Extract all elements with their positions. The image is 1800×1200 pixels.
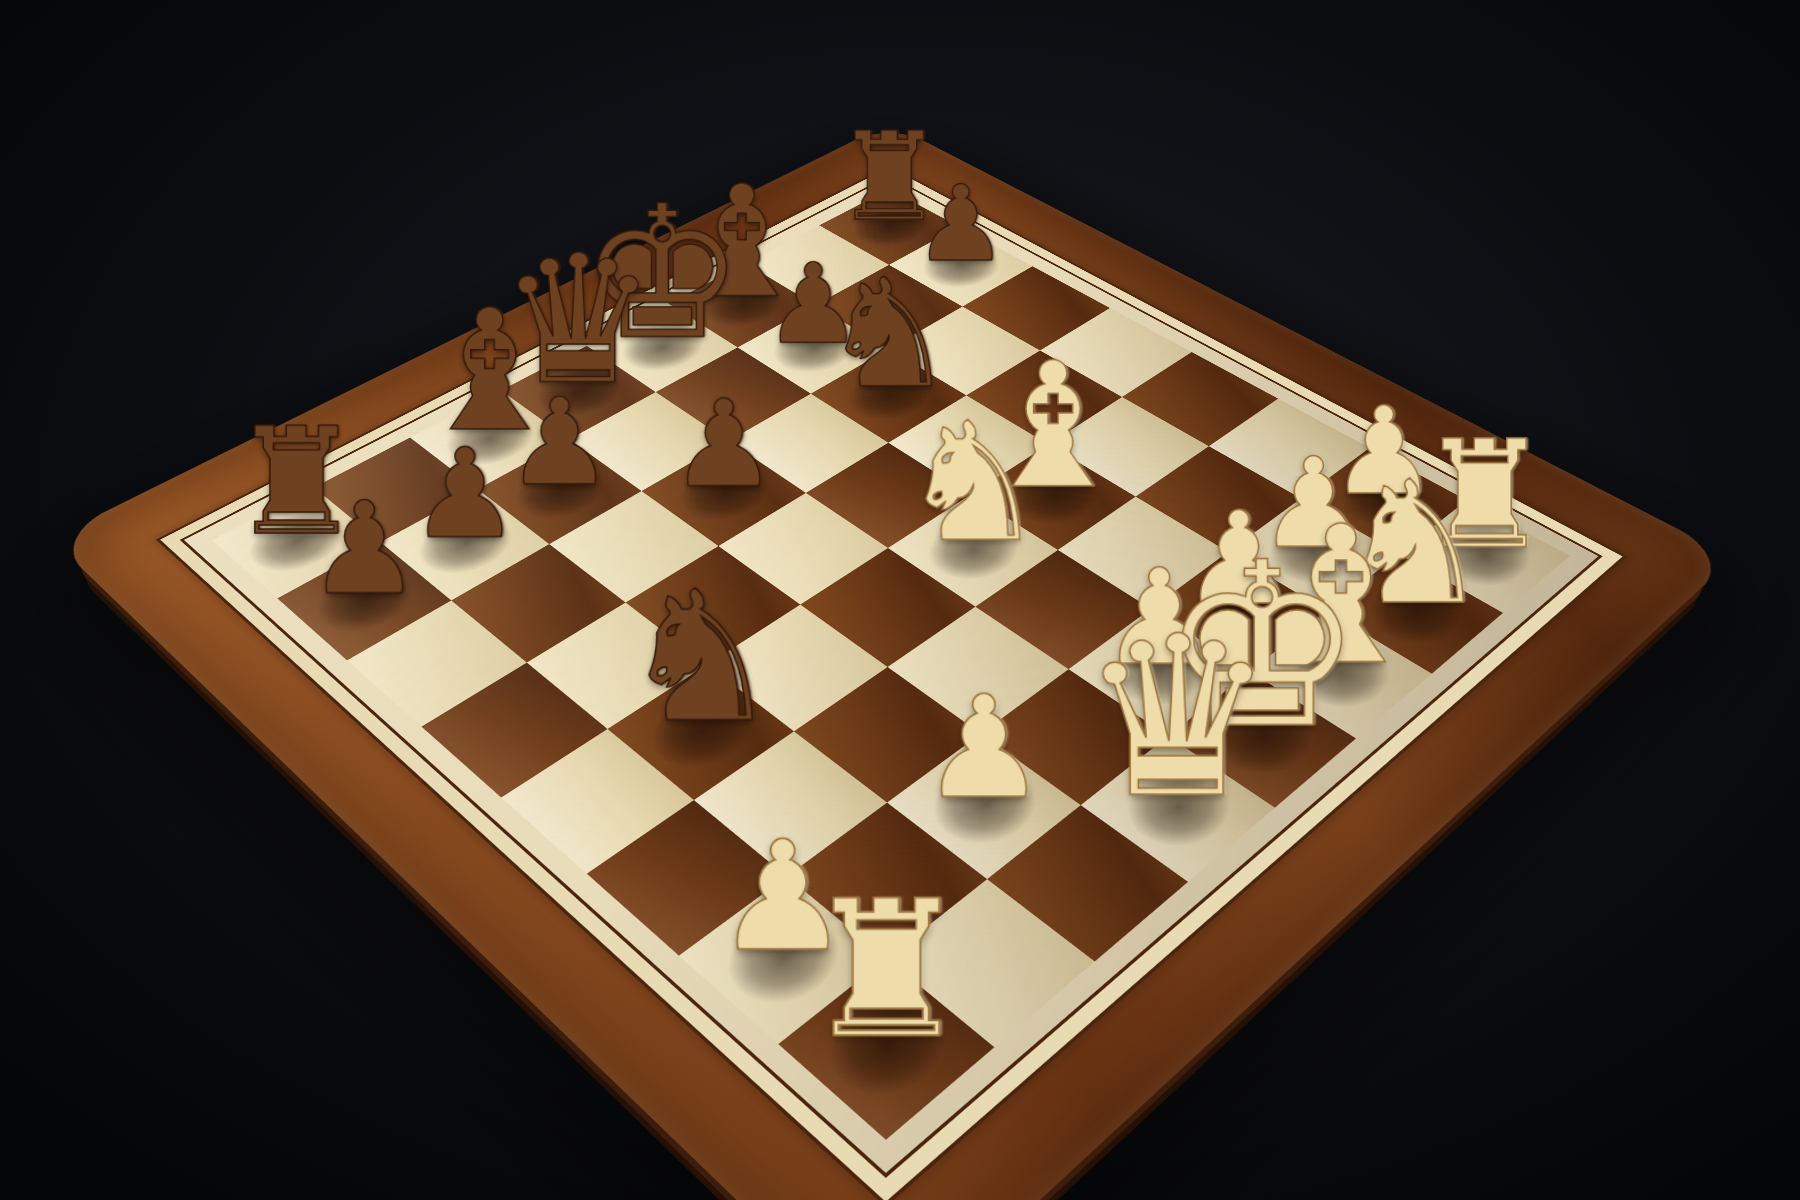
chess-board: ♜♝♛♚♝♜♟♟♟♟♟♟♞♞♞♝♟♟♟♟♟♟♜♛♚♝♞♜ xyxy=(51,123,1734,1200)
photo-stage: ♜♝♛♚♝♜♟♟♟♟♟♟♞♞♞♝♟♟♟♟♟♟♜♛♚♝♞♜ xyxy=(0,0,1800,1200)
white-rook-glyph[interactable]: ♜ xyxy=(802,876,971,1064)
white-queen-glyph[interactable]: ♛ xyxy=(1078,607,1277,828)
white-knight-glyph[interactable]: ♞ xyxy=(899,401,1046,565)
white-pawn-glyph[interactable]: ♟ xyxy=(920,677,1047,818)
black-knight-glyph[interactable]: ♞ xyxy=(620,568,782,748)
board-scene: ♜♝♛♚♝♜♟♟♟♟♟♟♞♞♞♝♟♟♟♟♟♟♜♛♚♝♞♜ xyxy=(0,0,1800,1200)
black-pawn-glyph[interactable]: ♟ xyxy=(307,485,421,612)
square-a6[interactable] xyxy=(347,600,527,726)
